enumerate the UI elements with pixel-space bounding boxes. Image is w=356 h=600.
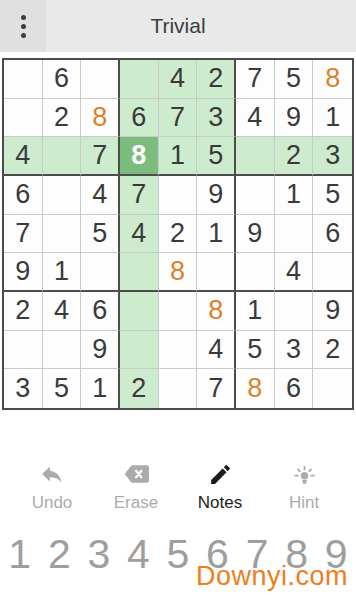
sudoku-cell[interactable]: 7 — [120, 176, 159, 215]
sudoku-cell[interactable]: 1 — [236, 292, 275, 331]
undo-label: Undo — [32, 493, 73, 513]
erase-button[interactable]: Erase — [108, 460, 164, 513]
sudoku-cell[interactable]: 4 — [43, 292, 82, 331]
sudoku-cell[interactable]: 7 — [81, 137, 120, 176]
header: Trivial — [0, 0, 356, 52]
sudoku-cell[interactable]: 4 — [4, 137, 43, 176]
sudoku-cell[interactable] — [120, 253, 159, 292]
sudoku-cell[interactable]: 4 — [81, 176, 120, 215]
sudoku-cell[interactable]: 9 — [275, 99, 314, 138]
sudoku-cell[interactable]: 6 — [313, 215, 352, 254]
sudoku-cell[interactable] — [4, 331, 43, 370]
sudoku-cell[interactable] — [81, 253, 120, 292]
sudoku-cell[interactable]: 7 — [197, 369, 236, 408]
hint-icon — [291, 460, 318, 488]
sudoku-cell[interactable]: 1 — [197, 215, 236, 254]
sudoku-cell[interactable]: 2 — [159, 215, 198, 254]
sudoku-cell[interactable]: 4 — [236, 99, 275, 138]
sudoku-cell[interactable]: 8 — [236, 369, 275, 408]
sudoku-cell[interactable]: 3 — [197, 99, 236, 138]
sudoku-cell[interactable] — [159, 369, 198, 408]
numpad-key-9[interactable]: 9 — [325, 530, 348, 579]
sudoku-cell[interactable]: 6 — [4, 176, 43, 215]
sudoku-cell[interactable]: 1 — [275, 176, 314, 215]
sudoku-cell[interactable]: 3 — [313, 137, 352, 176]
sudoku-cell[interactable] — [43, 137, 82, 176]
sudoku-cell[interactable]: 5 — [81, 215, 120, 254]
sudoku-cell[interactable]: 2 — [43, 99, 82, 138]
numpad-key-3[interactable]: 3 — [87, 530, 110, 579]
sudoku-cell[interactable] — [159, 176, 198, 215]
sudoku-cell[interactable]: 2 — [275, 137, 314, 176]
sudoku-cell[interactable]: 5 — [313, 176, 352, 215]
sudoku-cell[interactable]: 8 — [81, 99, 120, 138]
numpad-key-8[interactable]: 8 — [285, 530, 308, 579]
sudoku-cell[interactable] — [159, 292, 198, 331]
sudoku-cell[interactable] — [313, 369, 352, 408]
pencil-icon — [208, 460, 233, 488]
sudoku-cell[interactable]: 1 — [81, 369, 120, 408]
sudoku-cell[interactable]: 5 — [236, 331, 275, 370]
sudoku-cell[interactable]: 7 — [159, 99, 198, 138]
numpad-key-2[interactable]: 2 — [48, 530, 71, 579]
sudoku-cell[interactable]: 2 — [197, 60, 236, 99]
sudoku-cell[interactable]: 9 — [313, 292, 352, 331]
sudoku-cell[interactable]: 5 — [275, 60, 314, 99]
sudoku-cell[interactable]: 8 — [120, 137, 159, 176]
page-title: Trivial — [0, 14, 356, 38]
sudoku-cell[interactable]: 8 — [159, 253, 198, 292]
sudoku-cell[interactable]: 6 — [275, 369, 314, 408]
sudoku-cell[interactable]: 6 — [43, 60, 82, 99]
sudoku-cell[interactable]: 8 — [197, 292, 236, 331]
sudoku-cell[interactable] — [197, 253, 236, 292]
sudoku-cell[interactable] — [120, 292, 159, 331]
numpad-key-1[interactable]: 1 — [8, 530, 31, 579]
sudoku-cell[interactable]: 9 — [197, 176, 236, 215]
erase-label: Erase — [114, 493, 158, 513]
sudoku-cell[interactable]: 7 — [4, 215, 43, 254]
sudoku-cell[interactable] — [43, 176, 82, 215]
undo-button[interactable]: Undo — [24, 460, 80, 513]
sudoku-cell[interactable]: 4 — [275, 253, 314, 292]
sudoku-cell[interactable]: 2 — [120, 369, 159, 408]
notes-label: Notes — [198, 493, 242, 513]
sudoku-cell[interactable]: 3 — [4, 369, 43, 408]
sudoku-cell[interactable]: 2 — [313, 331, 352, 370]
numpad-key-5[interactable]: 5 — [167, 530, 190, 579]
notes-button[interactable]: Notes — [192, 460, 248, 513]
erase-icon — [123, 460, 149, 488]
sudoku-cell[interactable] — [4, 60, 43, 99]
hint-button[interactable]: Hint — [276, 460, 332, 513]
sudoku-cell[interactable] — [120, 60, 159, 99]
sudoku-cell[interactable] — [43, 331, 82, 370]
sudoku-cell[interactable]: 9 — [236, 215, 275, 254]
sudoku-cell[interactable] — [159, 331, 198, 370]
sudoku-cell[interactable]: 2 — [4, 292, 43, 331]
sudoku-cell[interactable] — [275, 292, 314, 331]
menu-button[interactable] — [0, 0, 46, 52]
numpad-key-7[interactable]: 7 — [246, 530, 269, 579]
sudoku-cell[interactable] — [236, 137, 275, 176]
sudoku-cell[interactable] — [236, 253, 275, 292]
sudoku-cell[interactable]: 1 — [43, 253, 82, 292]
sudoku-cell[interactable]: 9 — [81, 331, 120, 370]
undo-icon — [39, 460, 65, 488]
sudoku-cell[interactable] — [4, 99, 43, 138]
sudoku-cell[interactable]: 6 — [81, 292, 120, 331]
sudoku-cell[interactable] — [120, 331, 159, 370]
sudoku-cell[interactable]: 3 — [275, 331, 314, 370]
numpad-key-4[interactable]: 4 — [127, 530, 150, 579]
sudoku-cell[interactable]: 6 — [120, 99, 159, 138]
sudoku-cell[interactable]: 9 — [4, 253, 43, 292]
sudoku-cell[interactable]: 5 — [43, 369, 82, 408]
sudoku-cell[interactable]: 4 — [159, 60, 198, 99]
sudoku-cell[interactable] — [275, 215, 314, 254]
sudoku-cell[interactable]: 1 — [313, 99, 352, 138]
sudoku-cell[interactable] — [43, 215, 82, 254]
toolbar: Undo Erase Notes Hint — [0, 460, 356, 513]
sudoku-cell[interactable]: 8 — [313, 60, 352, 99]
app-screen: Trivial 64275828673491478152364791575421… — [0, 0, 356, 600]
sudoku-cell[interactable]: 1 — [159, 137, 198, 176]
numpad-key-6[interactable]: 6 — [206, 530, 229, 579]
sudoku-cell[interactable]: 4 — [120, 215, 159, 254]
sudoku-cell[interactable]: 5 — [197, 137, 236, 176]
sudoku-cell[interactable]: 4 — [197, 331, 236, 370]
sudoku-cell[interactable] — [236, 176, 275, 215]
sudoku-cell[interactable] — [313, 253, 352, 292]
sudoku-cell[interactable]: 7 — [236, 60, 275, 99]
number-pad: 123456789 — [0, 530, 356, 579]
sudoku-board: 6427582867349147815236479157542196918424… — [2, 58, 354, 410]
hint-label: Hint — [289, 493, 319, 513]
sudoku-cell[interactable] — [81, 60, 120, 99]
